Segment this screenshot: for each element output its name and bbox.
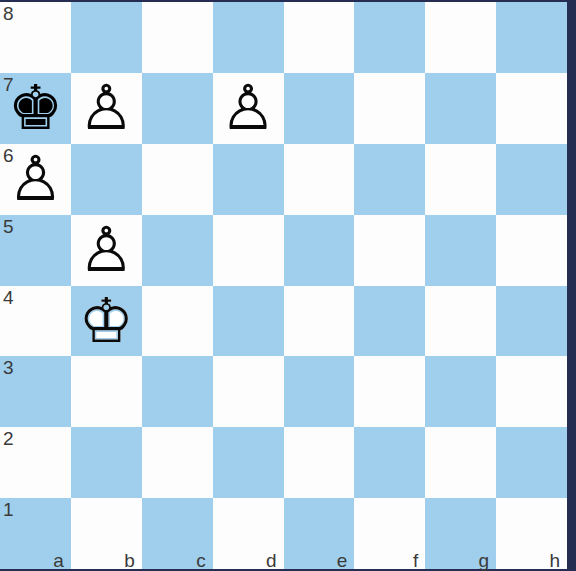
chess-board-frame: 87♚♟♙♟♙6♟♙5♟♙4♚♔321abcdefgh — [0, 0, 576, 571]
square-d5[interactable] — [213, 215, 284, 286]
square-h6[interactable] — [496, 144, 567, 215]
file-label-a: a — [53, 551, 64, 570]
piece-white-pawn[interactable]: ♟♙ — [73, 75, 139, 141]
piece-outline-glyph: ♙ — [215, 75, 281, 141]
square-b5[interactable]: ♟♙ — [71, 215, 142, 286]
square-g4[interactable] — [425, 286, 496, 357]
square-g3[interactable] — [425, 356, 496, 427]
square-c7[interactable] — [142, 73, 213, 144]
square-e3[interactable] — [284, 356, 355, 427]
square-f4[interactable] — [354, 286, 425, 357]
rank-label-2: 2 — [3, 429, 14, 448]
square-c3[interactable] — [142, 356, 213, 427]
square-h8[interactable] — [496, 2, 567, 73]
square-c4[interactable] — [142, 286, 213, 357]
rank-label-3: 3 — [3, 358, 14, 377]
square-b8[interactable] — [71, 2, 142, 73]
square-h4[interactable] — [496, 286, 567, 357]
square-e2[interactable] — [284, 427, 355, 498]
square-f6[interactable] — [354, 144, 425, 215]
square-a8[interactable]: 8 — [0, 2, 71, 73]
square-c5[interactable] — [142, 215, 213, 286]
square-a2[interactable]: 2 — [0, 427, 71, 498]
square-e5[interactable] — [284, 215, 355, 286]
rank-label-5: 5 — [3, 217, 14, 236]
square-f7[interactable] — [354, 73, 425, 144]
file-label-f: f — [413, 551, 418, 570]
square-c6[interactable] — [142, 144, 213, 215]
square-d7[interactable]: ♟♙ — [213, 73, 284, 144]
square-f3[interactable] — [354, 356, 425, 427]
square-a1[interactable]: 1a — [0, 498, 71, 569]
chess-board[interactable]: 87♚♟♙♟♙6♟♙5♟♙4♚♔321abcdefgh — [0, 2, 567, 569]
square-e4[interactable] — [284, 286, 355, 357]
file-label-g: g — [479, 551, 490, 570]
file-label-b: b — [124, 551, 135, 570]
square-d1[interactable]: d — [213, 498, 284, 569]
square-b4[interactable]: ♚♔ — [71, 286, 142, 357]
square-a5[interactable]: 5 — [0, 215, 71, 286]
square-g7[interactable] — [425, 73, 496, 144]
file-label-e: e — [337, 551, 348, 570]
square-h5[interactable] — [496, 215, 567, 286]
square-g6[interactable] — [425, 144, 496, 215]
square-b6[interactable] — [71, 144, 142, 215]
square-h3[interactable] — [496, 356, 567, 427]
piece-outline-glyph: ♙ — [2, 146, 68, 212]
square-f1[interactable]: f — [354, 498, 425, 569]
piece-glyph: ♚ — [2, 75, 68, 141]
file-label-d: d — [266, 551, 277, 570]
square-a7[interactable]: 7♚ — [0, 73, 71, 144]
square-a4[interactable]: 4 — [0, 286, 71, 357]
square-g1[interactable]: g — [425, 498, 496, 569]
rank-label-8: 8 — [3, 4, 14, 23]
piece-white-pawn[interactable]: ♟♙ — [2, 146, 68, 212]
piece-black-king[interactable]: ♚ — [2, 75, 68, 141]
square-b1[interactable]: b — [71, 498, 142, 569]
piece-outline-glyph: ♔ — [73, 288, 139, 354]
square-e7[interactable] — [284, 73, 355, 144]
piece-white-king[interactable]: ♚♔ — [73, 288, 139, 354]
square-e6[interactable] — [284, 144, 355, 215]
square-d6[interactable] — [213, 144, 284, 215]
square-c1[interactable]: c — [142, 498, 213, 569]
square-c2[interactable] — [142, 427, 213, 498]
square-c8[interactable] — [142, 2, 213, 73]
square-g2[interactable] — [425, 427, 496, 498]
rank-label-1: 1 — [3, 500, 14, 519]
square-h1[interactable]: h — [496, 498, 567, 569]
square-e1[interactable]: e — [284, 498, 355, 569]
square-g8[interactable] — [425, 2, 496, 73]
square-d3[interactable] — [213, 356, 284, 427]
square-e8[interactable] — [284, 2, 355, 73]
piece-outline-glyph: ♙ — [73, 217, 139, 283]
square-f5[interactable] — [354, 215, 425, 286]
square-f8[interactable] — [354, 2, 425, 73]
square-b3[interactable] — [71, 356, 142, 427]
file-label-c: c — [196, 551, 206, 570]
file-label-h: h — [549, 551, 560, 570]
square-h7[interactable] — [496, 73, 567, 144]
square-f2[interactable] — [354, 427, 425, 498]
square-b7[interactable]: ♟♙ — [71, 73, 142, 144]
square-d8[interactable] — [213, 2, 284, 73]
rank-label-4: 4 — [3, 288, 14, 307]
square-a6[interactable]: 6♟♙ — [0, 144, 71, 215]
square-d2[interactable] — [213, 427, 284, 498]
square-b2[interactable] — [71, 427, 142, 498]
square-a3[interactable]: 3 — [0, 356, 71, 427]
piece-white-pawn[interactable]: ♟♙ — [73, 217, 139, 283]
square-g5[interactable] — [425, 215, 496, 286]
piece-white-pawn[interactable]: ♟♙ — [215, 75, 281, 141]
piece-outline-glyph: ♙ — [73, 75, 139, 141]
square-d4[interactable] — [213, 286, 284, 357]
square-h2[interactable] — [496, 427, 567, 498]
